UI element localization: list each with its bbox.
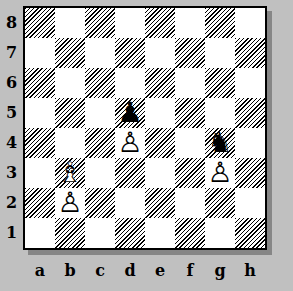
square-b7[interactable] [55,38,85,68]
square-f5[interactable] [175,98,205,128]
square-a8[interactable] [25,8,55,38]
file-label-g: g [205,257,235,285]
rank-label-7: 7 [0,38,23,68]
square-g3[interactable]: ♟♙ [205,158,235,188]
square-g4[interactable]: ♞ [205,128,235,158]
chess-board: ♟♟♙♞♝♗♟♙♟♙ [23,6,267,250]
square-b6[interactable] [55,68,85,98]
square-b4[interactable] [55,128,85,158]
square-c1[interactable] [85,218,115,248]
square-f7[interactable] [175,38,205,68]
square-d7[interactable] [115,38,145,68]
square-f2[interactable] [175,188,205,218]
rank-label-2: 2 [0,188,23,218]
square-f3[interactable] [175,158,205,188]
square-a7[interactable] [25,38,55,68]
rank-labels: 87654321 [0,8,23,248]
square-h1[interactable] [235,218,265,248]
square-e6[interactable] [145,68,175,98]
square-h7[interactable] [235,38,265,68]
square-h3[interactable] [235,158,265,188]
black-knight[interactable]: ♞ [205,128,235,158]
file-label-b: b [55,257,85,285]
square-c8[interactable] [85,8,115,38]
square-a3[interactable] [25,158,55,188]
square-e8[interactable] [145,8,175,38]
square-d2[interactable] [115,188,145,218]
file-label-a: a [25,257,55,285]
square-g5[interactable] [205,98,235,128]
rank-label-4: 4 [0,128,23,158]
square-f1[interactable] [175,218,205,248]
square-b2[interactable]: ♟♙ [55,188,85,218]
square-d5[interactable]: ♟ [115,98,145,128]
square-c7[interactable] [85,38,115,68]
square-a5[interactable] [25,98,55,128]
square-h4[interactable] [235,128,265,158]
square-e5[interactable] [145,98,175,128]
rank-label-8: 8 [0,8,23,38]
white-pawn[interactable]: ♟♙ [55,188,85,218]
file-label-f: f [175,257,205,285]
rank-label-3: 3 [0,158,23,188]
square-d1[interactable] [115,218,145,248]
square-f8[interactable] [175,8,205,38]
file-labels: abcdefgh [25,257,265,285]
square-e3[interactable] [145,158,175,188]
square-b8[interactable] [55,8,85,38]
square-a1[interactable] [25,218,55,248]
square-f6[interactable] [175,68,205,98]
square-c6[interactable] [85,68,115,98]
rank-label-1: 1 [0,218,23,248]
square-d4[interactable]: ♟♙ [115,128,145,158]
square-e2[interactable] [145,188,175,218]
square-b1[interactable] [55,218,85,248]
square-g6[interactable] [205,68,235,98]
square-h6[interactable] [235,68,265,98]
chess-diagram: 87654321 ♟♟♙♞♝♗♟♙♟♙ abcdefgh [0,0,293,291]
rank-label-6: 6 [0,68,23,98]
square-a6[interactable] [25,68,55,98]
square-b5[interactable] [55,98,85,128]
square-g1[interactable] [205,218,235,248]
file-label-e: e [145,257,175,285]
square-c3[interactable] [85,158,115,188]
square-g2[interactable] [205,188,235,218]
square-d3[interactable] [115,158,145,188]
square-h5[interactable] [235,98,265,128]
square-c5[interactable] [85,98,115,128]
white-pawn[interactable]: ♟♙ [115,128,145,158]
square-c2[interactable] [85,188,115,218]
square-g7[interactable] [205,38,235,68]
rank-label-5: 5 [0,98,23,128]
square-a2[interactable] [25,188,55,218]
square-e4[interactable] [145,128,175,158]
square-g8[interactable] [205,8,235,38]
square-e7[interactable] [145,38,175,68]
square-d8[interactable] [115,8,145,38]
square-h2[interactable] [235,188,265,218]
file-label-d: d [115,257,145,285]
square-c4[interactable] [85,128,115,158]
square-b3[interactable]: ♝♗ [55,158,85,188]
file-label-c: c [85,257,115,285]
square-a4[interactable] [25,128,55,158]
black-pawn[interactable]: ♟ [115,98,145,128]
square-d6[interactable] [115,68,145,98]
square-f4[interactable] [175,128,205,158]
file-label-h: h [235,257,265,285]
square-e1[interactable] [145,218,175,248]
white-pawn[interactable]: ♟♙ [205,158,235,188]
square-h8[interactable] [235,8,265,38]
white-bishop[interactable]: ♝♗ [55,158,85,188]
